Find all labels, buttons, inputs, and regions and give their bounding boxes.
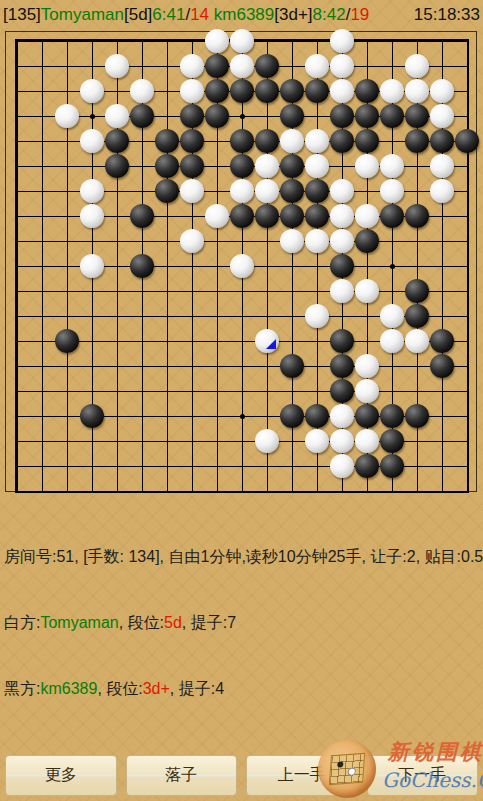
white-stone	[380, 79, 404, 103]
white-stone	[330, 279, 354, 303]
white-stone	[305, 129, 329, 153]
white-label: 白方:	[4, 614, 40, 631]
black-stone	[330, 329, 354, 353]
white-stone	[355, 379, 379, 403]
black-stone	[355, 229, 379, 253]
white-stone	[430, 79, 454, 103]
white-stone	[430, 179, 454, 203]
black-stone	[105, 129, 129, 153]
black-stone	[280, 179, 304, 203]
black-player-name: km6389	[214, 5, 274, 25]
white-stone	[330, 29, 354, 53]
black-stone	[405, 304, 429, 328]
white-stone	[80, 79, 104, 103]
black-stone	[180, 154, 204, 178]
black-stone	[430, 329, 454, 353]
white-stone	[280, 129, 304, 153]
white-stone	[230, 29, 254, 53]
white-info-line: 白方:Tomyaman, 段位:5d, 提子:7	[4, 612, 482, 634]
grid-line	[17, 491, 467, 492]
white-stone	[105, 54, 129, 78]
white-stone	[180, 79, 204, 103]
black-stone	[305, 179, 329, 203]
black-label: 黑方:	[4, 680, 40, 697]
black-stone	[255, 129, 279, 153]
white-stone	[280, 229, 304, 253]
white-stone	[380, 154, 404, 178]
white-stone	[180, 54, 204, 78]
black-stone	[405, 104, 429, 128]
go-app-screen: [135]Tomyaman[5d]6:41/14 km6389[3d+]8:42…	[0, 0, 483, 801]
white-stone	[305, 429, 329, 453]
black-stone	[280, 104, 304, 128]
black-stone	[355, 129, 379, 153]
black-stone	[355, 454, 379, 478]
room-info-line: 房间号:51, [手数: 134], 自由1分钟,读秒10分钟25手, 让子:2…	[4, 546, 482, 568]
black-stone	[355, 79, 379, 103]
white-stone	[380, 304, 404, 328]
black-stone	[355, 104, 379, 128]
white-player-rank: [5d]	[124, 5, 152, 25]
black-stone	[280, 204, 304, 228]
grid-line	[267, 41, 268, 491]
black-stone	[430, 354, 454, 378]
black-stone	[280, 354, 304, 378]
black-rank: 3d+	[143, 680, 170, 697]
black-stone	[155, 154, 179, 178]
black-stone	[230, 79, 254, 103]
black-stone	[180, 104, 204, 128]
black-stone	[430, 129, 454, 153]
black-stone	[380, 429, 404, 453]
white-stone	[430, 104, 454, 128]
black-stone	[255, 204, 279, 228]
black-stone	[130, 204, 154, 228]
go-board[interactable]	[5, 31, 477, 492]
white-stone	[255, 429, 279, 453]
black-stone	[380, 454, 404, 478]
white-stone	[255, 179, 279, 203]
black-stone	[255, 79, 279, 103]
black-stone	[55, 329, 79, 353]
grid-line	[17, 366, 467, 367]
black-stone	[255, 54, 279, 78]
black-stone	[155, 179, 179, 203]
star-point	[240, 114, 245, 119]
black-stone	[205, 79, 229, 103]
white-stone	[230, 54, 254, 78]
white-stone	[205, 29, 229, 53]
black-stone	[230, 154, 254, 178]
black-stone	[305, 404, 329, 428]
black-stone	[455, 129, 479, 153]
black-stone	[405, 404, 429, 428]
move-number: [135]	[3, 5, 41, 25]
bottom-toolbar: 更多 落子 上一手 下一手	[0, 755, 483, 795]
status-bar: [135]Tomyaman[5d]6:41/14 km6389[3d+]8:42…	[0, 0, 483, 29]
white-time: 6:41	[152, 5, 185, 25]
black-stone	[280, 154, 304, 178]
white-stone	[330, 229, 354, 253]
white-stone	[405, 79, 429, 103]
rank-label: , 段位:	[119, 614, 164, 631]
black-stone	[405, 129, 429, 153]
white-stone	[330, 54, 354, 78]
white-stone	[330, 429, 354, 453]
grid-line	[17, 291, 467, 292]
game-status-text: [135]Tomyaman[5d]6:41/14 km6389[3d+]8:42…	[3, 5, 369, 25]
white-stone	[430, 154, 454, 178]
white-stone	[205, 204, 229, 228]
white-stone	[305, 54, 329, 78]
black-stone	[130, 104, 154, 128]
play-move-button[interactable]: 落子	[126, 755, 238, 796]
white-stone	[255, 154, 279, 178]
black-stone	[130, 254, 154, 278]
star-point	[390, 264, 395, 269]
last-move-marker	[266, 339, 276, 349]
grid-line	[17, 391, 467, 392]
black-stone	[330, 354, 354, 378]
black-stone	[405, 204, 429, 228]
white-stone	[380, 179, 404, 203]
white-stone	[230, 179, 254, 203]
black-time: 8:42	[313, 5, 346, 25]
white-stone	[355, 279, 379, 303]
black-stone	[330, 379, 354, 403]
black-stone	[330, 254, 354, 278]
black-stone	[305, 79, 329, 103]
white-stone	[180, 229, 204, 253]
system-clock: 15:18:33	[414, 5, 480, 25]
grid-line	[467, 41, 468, 491]
white-periods: 14	[190, 5, 209, 25]
black-captures: , 提子:4	[170, 680, 224, 697]
white-stone	[305, 154, 329, 178]
white-stone	[180, 179, 204, 203]
black-stone	[380, 204, 404, 228]
white-stone	[405, 329, 429, 353]
star-point	[90, 114, 95, 119]
black-stone	[405, 279, 429, 303]
white-stone	[80, 254, 104, 278]
black-name: km6389	[40, 680, 97, 697]
white-stone	[355, 429, 379, 453]
white-stone	[230, 254, 254, 278]
white-stone	[80, 204, 104, 228]
black-stone	[230, 129, 254, 153]
white-stone	[355, 354, 379, 378]
black-stone	[230, 204, 254, 228]
game-info-panel: 房间号:51, [手数: 134], 自由1分钟,读秒10分钟25手, 让子:2…	[4, 502, 482, 744]
black-stone	[280, 79, 304, 103]
white-stone	[305, 229, 329, 253]
white-stone	[80, 129, 104, 153]
black-stone	[355, 404, 379, 428]
black-stone	[80, 404, 104, 428]
white-stone	[305, 304, 329, 328]
black-stone	[330, 104, 354, 128]
black-stone	[205, 104, 229, 128]
more-button[interactable]: 更多	[5, 755, 117, 796]
white-stone	[80, 179, 104, 203]
rank-label: , 段位:	[97, 680, 142, 697]
black-stone	[280, 404, 304, 428]
white-stone	[380, 329, 404, 353]
black-stone	[380, 404, 404, 428]
white-captures: , 提子:7	[182, 614, 236, 631]
white-stone	[330, 404, 354, 428]
black-stone	[155, 129, 179, 153]
white-name: Tomyaman	[40, 614, 118, 631]
black-stone	[180, 129, 204, 153]
star-point	[240, 414, 245, 419]
black-info-line: 黑方:km6389, 段位:3d+, 提子:4	[4, 678, 482, 700]
black-player-rank: [3d+]	[274, 5, 312, 25]
white-stone	[105, 104, 129, 128]
white-stone	[55, 104, 79, 128]
black-stone	[380, 104, 404, 128]
black-stone	[330, 129, 354, 153]
white-rank: 5d	[164, 614, 182, 631]
white-stone	[355, 204, 379, 228]
white-stone	[330, 204, 354, 228]
black-stone	[305, 204, 329, 228]
next-move-button[interactable]: 下一手	[367, 755, 479, 796]
white-stone	[405, 54, 429, 78]
black-periods: 19	[350, 5, 369, 25]
white-stone	[130, 79, 154, 103]
white-stone	[330, 79, 354, 103]
white-stone	[255, 329, 279, 353]
black-stone	[205, 54, 229, 78]
white-stone	[355, 154, 379, 178]
previous-move-button[interactable]: 上一手	[246, 755, 358, 796]
white-player-name: Tomyaman	[41, 5, 124, 25]
black-stone	[105, 154, 129, 178]
white-stone	[330, 454, 354, 478]
white-stone	[330, 179, 354, 203]
